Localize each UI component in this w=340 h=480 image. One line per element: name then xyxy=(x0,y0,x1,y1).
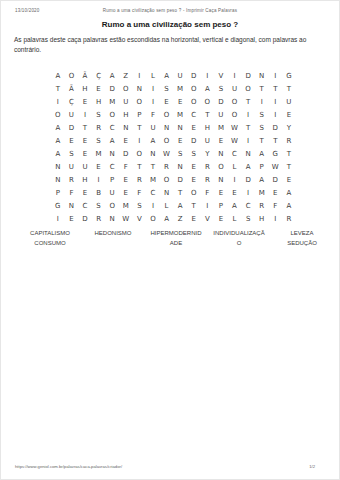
grid-cell-r11c8: I xyxy=(146,199,160,212)
grid-cell-r8c5: C xyxy=(105,160,119,173)
print-preview-page: 13/10/2020 Rumo a uma civilização sem pe… xyxy=(0,0,340,480)
grid-cell-r5c7: T xyxy=(133,121,147,134)
grid-cell-r8c17: W xyxy=(269,160,283,173)
grid-cell-r7c14: C xyxy=(228,147,242,160)
grid-cell-r1c14: I xyxy=(228,69,242,82)
grid-cell-r2c12: A xyxy=(201,82,215,95)
grid-cell-r10c5: U xyxy=(105,186,119,199)
word-list: CAPITALISMOCONSUMOHEDONISMOHIPERMODERNID… xyxy=(23,228,329,248)
grid-cell-r1c2: O xyxy=(65,69,79,82)
grid-cell-r11c7: S xyxy=(133,199,147,212)
grid-cell-r7c15: N xyxy=(241,147,255,160)
word-list-column-3: HIPERMODERNIDADE xyxy=(149,228,203,248)
word-list-word: HEDONISMO xyxy=(86,228,140,238)
grid-cell-r7c17: G xyxy=(269,147,283,160)
grid-cell-r1c11: D xyxy=(187,69,201,82)
grid-cell-r10c12: F xyxy=(201,186,215,199)
grid-cell-r4c15: I xyxy=(241,108,255,121)
word-list-column-5: LEVEZASEDUÇÃO xyxy=(275,228,329,248)
grid-cell-r2c13: S xyxy=(214,82,228,95)
grid-cell-r4c13: U xyxy=(214,108,228,121)
grid-cell-r3c9: E xyxy=(160,95,174,108)
grid-cell-r3c10: E xyxy=(173,95,187,108)
grid-cell-r1c8: L xyxy=(146,69,160,82)
grid-cell-r3c1: I xyxy=(51,95,65,108)
puzzle-instructions: As palavras deste caça palavras estão es… xyxy=(14,35,329,54)
grid-cell-r6c16: T xyxy=(255,134,269,147)
grid-cell-r1c17: I xyxy=(269,69,283,82)
grid-cell-r12c13: E xyxy=(214,212,228,225)
grid-cell-r5c4: R xyxy=(92,121,106,134)
grid-cell-r3c8: I xyxy=(146,95,160,108)
grid-cell-r11c5: O xyxy=(105,199,119,212)
grid-cell-r6c1: A xyxy=(51,134,65,147)
grid-cell-r12c2: E xyxy=(65,212,79,225)
grid-cell-r3c16: I xyxy=(255,95,269,108)
grid-cell-r3c11: O xyxy=(187,95,201,108)
grid-cell-r1c12: I xyxy=(201,69,215,82)
grid-cell-r9c10: D xyxy=(173,173,187,186)
grid-cell-r10c10: T xyxy=(173,186,187,199)
grid-cell-r1c15: D xyxy=(241,69,255,82)
grid-cell-r1c1: A xyxy=(51,69,65,82)
word-list-word: LEVEZA xyxy=(275,228,329,238)
grid-cell-r4c5: O xyxy=(105,108,119,121)
grid-cell-r12c9: A xyxy=(160,212,174,225)
grid-cell-r3c2: Ç xyxy=(65,95,79,108)
grid-cell-r6c14: W xyxy=(228,134,242,147)
grid-cell-r2c10: M xyxy=(173,82,187,95)
grid-cell-r12c1: I xyxy=(51,212,65,225)
grid-cell-r7c10: S xyxy=(173,147,187,160)
grid-cell-r6c15: I xyxy=(241,134,255,147)
word-search-grid: AOÃÇAZILAUDIVIDNIGTÃHEDONISMOASUOTTTIÇEH… xyxy=(51,69,296,225)
grid-cell-r1c9: A xyxy=(160,69,174,82)
grid-cell-r1c5: A xyxy=(105,69,119,82)
grid-cell-r10c8: C xyxy=(146,186,160,199)
grid-cell-r5c2: D xyxy=(65,121,79,134)
grid-cell-r3c7: O xyxy=(133,95,147,108)
grid-cell-r6c8: A xyxy=(146,134,160,147)
grid-cell-r10c4: B xyxy=(92,186,106,199)
grid-cell-r1c6: Z xyxy=(119,69,133,82)
grid-cell-r6c17: T xyxy=(269,134,283,147)
grid-cell-r3c5: M xyxy=(105,95,119,108)
grid-cell-r12c14: L xyxy=(228,212,242,225)
grid-cell-r9c16: A xyxy=(255,173,269,186)
grid-cell-r11c12: I xyxy=(201,199,215,212)
grid-cell-r4c9: O xyxy=(160,108,174,121)
grid-cell-r4c18: E xyxy=(282,108,296,121)
grid-cell-r9c11: E xyxy=(187,173,201,186)
word-list-word: HIPERMODERNIDADE xyxy=(149,228,203,248)
grid-cell-r7c2: S xyxy=(65,147,79,160)
grid-cell-r2c18: T xyxy=(282,82,296,95)
grid-cell-r3c13: D xyxy=(214,95,228,108)
puzzle-title: Rumo a uma civilização sem peso ? xyxy=(1,20,339,29)
grid-cell-r4c11: C xyxy=(187,108,201,121)
grid-cell-r6c13: E xyxy=(214,134,228,147)
grid-cell-r10c14: E xyxy=(228,186,242,199)
grid-cell-r9c6: E xyxy=(119,173,133,186)
grid-cell-r4c3: I xyxy=(78,108,92,121)
word-list-word: INDIVIDUALIZAÇÃO xyxy=(212,228,266,248)
grid-cell-r11c4: S xyxy=(92,199,106,212)
grid-cell-r6c5: A xyxy=(105,134,119,147)
grid-cell-r2c15: O xyxy=(241,82,255,95)
grid-cell-r5c9: N xyxy=(160,121,174,134)
grid-cell-r4c17: I xyxy=(269,108,283,121)
grid-cell-r9c9: O xyxy=(160,173,174,186)
grid-cell-r8c1: N xyxy=(51,160,65,173)
grid-cell-r5c18: Y xyxy=(282,121,296,134)
grid-cell-r12c5: N xyxy=(105,212,119,225)
grid-cell-r7c7: O xyxy=(133,147,147,160)
grid-cell-r8c10: N xyxy=(173,160,187,173)
grid-cell-r11c18: A xyxy=(282,199,296,212)
grid-cell-r1c18: G xyxy=(282,69,296,82)
grid-cell-r7c12: Y xyxy=(201,147,215,160)
grid-cell-r4c10: M xyxy=(173,108,187,121)
grid-cell-r6c2: E xyxy=(65,134,79,147)
grid-cell-r5c17: D xyxy=(269,121,283,134)
grid-cell-r9c8: M xyxy=(146,173,160,186)
grid-cell-r9c5: P xyxy=(105,173,119,186)
grid-cell-r3c6: U xyxy=(119,95,133,108)
grid-cell-r7c9: W xyxy=(160,147,174,160)
grid-cell-r2c14: U xyxy=(228,82,242,95)
grid-cell-r9c18: E xyxy=(282,173,296,186)
grid-cell-r9c1: N xyxy=(51,173,65,186)
grid-cell-r11c9: L xyxy=(160,199,174,212)
grid-cell-r9c3: H xyxy=(78,173,92,186)
grid-cell-r2c4: E xyxy=(92,82,106,95)
grid-cell-r10c13: E xyxy=(214,186,228,199)
grid-cell-r4c6: H xyxy=(119,108,133,121)
grid-cell-r3c18: U xyxy=(282,95,296,108)
grid-cell-r8c11: E xyxy=(187,160,201,173)
grid-cell-r5c8: U xyxy=(146,121,160,134)
grid-cell-r5c13: M xyxy=(214,121,228,134)
grid-cell-r11c2: N xyxy=(65,199,79,212)
grid-cell-r7c18: T xyxy=(282,147,296,160)
grid-cell-r8c2: U xyxy=(65,160,79,173)
grid-cell-r12c16: H xyxy=(255,212,269,225)
grid-cell-r4c12: T xyxy=(201,108,215,121)
grid-cell-r7c4: M xyxy=(92,147,106,160)
grid-cell-r9c17: D xyxy=(269,173,283,186)
grid-cell-r1c16: N xyxy=(255,69,269,82)
grid-cell-r5c11: E xyxy=(187,121,201,134)
grid-cell-r1c3: Ã xyxy=(78,69,92,82)
grid-cell-r11c15: C xyxy=(241,199,255,212)
grid-cell-r2c5: D xyxy=(105,82,119,95)
grid-cell-r2c6: O xyxy=(119,82,133,95)
grid-cell-r4c2: U xyxy=(65,108,79,121)
grid-cell-r12c7: V xyxy=(133,212,147,225)
grid-cell-r3c14: O xyxy=(228,95,242,108)
word-list-column-1: CAPITALISMOCONSUMO xyxy=(23,228,77,248)
grid-cell-r7c16: A xyxy=(255,147,269,160)
grid-cell-r12c8: O xyxy=(146,212,160,225)
grid-cell-r3c17: I xyxy=(269,95,283,108)
grid-cell-r8c16: P xyxy=(255,160,269,173)
grid-cell-r11c6: M xyxy=(119,199,133,212)
grid-cell-r10c9: N xyxy=(160,186,174,199)
word-list-word: CAPITALISMO xyxy=(23,228,77,238)
grid-cell-r8c4: E xyxy=(92,160,106,173)
grid-cell-r7c11: S xyxy=(187,147,201,160)
grid-cell-r4c1: O xyxy=(51,108,65,121)
grid-cell-r7c8: N xyxy=(146,147,160,160)
grid-cell-r1c13: V xyxy=(214,69,228,82)
grid-cell-r3c3: E xyxy=(78,95,92,108)
grid-cell-r10c7: F xyxy=(133,186,147,199)
grid-cell-r10c1: P xyxy=(51,186,65,199)
grid-cell-r10c16: M xyxy=(255,186,269,199)
grid-cell-r8c15: A xyxy=(241,160,255,173)
grid-cell-r7c13: N xyxy=(214,147,228,160)
grid-cell-r6c3: E xyxy=(78,134,92,147)
grid-cell-r11c13: P xyxy=(214,199,228,212)
grid-cell-r4c7: P xyxy=(133,108,147,121)
grid-cell-r7c1: A xyxy=(51,147,65,160)
grid-cell-r2c17: T xyxy=(269,82,283,95)
grid-cell-r1c7: I xyxy=(133,69,147,82)
grid-cell-r10c17: E xyxy=(269,186,283,199)
grid-cell-r8c9: R xyxy=(160,160,174,173)
grid-cell-r6c9: O xyxy=(160,134,174,147)
grid-cell-r9c4: I xyxy=(92,173,106,186)
grid-cell-r3c12: O xyxy=(201,95,215,108)
grid-cell-r9c15: D xyxy=(241,173,255,186)
grid-cell-r8c13: O xyxy=(214,160,228,173)
grid-cell-r9c7: R xyxy=(133,173,147,186)
grid-cell-r11c3: C xyxy=(78,199,92,212)
grid-cell-r11c17: F xyxy=(269,199,283,212)
grid-cell-r5c15: T xyxy=(241,121,255,134)
grid-cell-r8c18: T xyxy=(282,160,296,173)
grid-cell-r5c6: N xyxy=(119,121,133,134)
grid-cell-r10c18: A xyxy=(282,186,296,199)
grid-cell-r12c6: W xyxy=(119,212,133,225)
page-indicator: 1/2 xyxy=(309,464,315,469)
grid-cell-r9c13: N xyxy=(214,173,228,186)
grid-cell-r12c3: D xyxy=(78,212,92,225)
grid-cell-r8c12: R xyxy=(201,160,215,173)
grid-cell-r11c16: R xyxy=(255,199,269,212)
grid-cell-r2c11: O xyxy=(187,82,201,95)
word-list-column-4: INDIVIDUALIZAÇÃO xyxy=(212,228,266,248)
grid-cell-r6c12: U xyxy=(201,134,215,147)
grid-cell-r10c6: E xyxy=(119,186,133,199)
grid-cell-r10c11: O xyxy=(187,186,201,199)
grid-cell-r3c4: H xyxy=(92,95,106,108)
grid-cell-r6c4: S xyxy=(92,134,106,147)
grid-cell-r9c12: R xyxy=(201,173,215,186)
grid-cell-r2c8: I xyxy=(146,82,160,95)
grid-cell-r4c8: F xyxy=(146,108,160,121)
grid-cell-r12c10: Z xyxy=(173,212,187,225)
grid-cell-r5c12: H xyxy=(201,121,215,134)
grid-cell-r10c15: I xyxy=(241,186,255,199)
grid-cell-r8c6: F xyxy=(119,160,133,173)
grid-cell-r2c9: S xyxy=(160,82,174,95)
grid-cell-r9c14: I xyxy=(228,173,242,186)
grid-cell-r8c3: U xyxy=(78,160,92,173)
grid-cell-r2c1: T xyxy=(51,82,65,95)
grid-cell-r5c16: S xyxy=(255,121,269,134)
grid-cell-r12c11: E xyxy=(187,212,201,225)
grid-cell-r7c6: D xyxy=(119,147,133,160)
grid-cell-r11c1: G xyxy=(51,199,65,212)
grid-cell-r6c11: D xyxy=(187,134,201,147)
word-list-word: SEDUÇÃO xyxy=(275,238,329,248)
grid-cell-r11c10: A xyxy=(173,199,187,212)
grid-cell-r10c2: F xyxy=(65,186,79,199)
grid-cell-r12c18: R xyxy=(282,212,296,225)
grid-cell-r5c3: T xyxy=(78,121,92,134)
word-list-column-2: HEDONISMO xyxy=(86,228,140,238)
grid-cell-r2c7: N xyxy=(133,82,147,95)
grid-cell-r12c4: R xyxy=(92,212,106,225)
grid-cell-r7c3: E xyxy=(78,147,92,160)
grid-cell-r4c4: S xyxy=(92,108,106,121)
grid-cell-r3c15: T xyxy=(241,95,255,108)
grid-cell-r5c14: W xyxy=(228,121,242,134)
grid-cell-r12c12: V xyxy=(201,212,215,225)
grid-cell-r9c2: R xyxy=(65,173,79,186)
grid-cell-r4c16: S xyxy=(255,108,269,121)
grid-cell-r10c3: E xyxy=(78,186,92,199)
grid-cell-r6c18: R xyxy=(282,134,296,147)
grid-cell-r7c5: N xyxy=(105,147,119,160)
grid-cell-r12c15: S xyxy=(241,212,255,225)
grid-cell-r2c2: Ã xyxy=(65,82,79,95)
grid-cell-r12c17: I xyxy=(269,212,283,225)
footer-url: https://www.geniol.com.br/palavras/caca-… xyxy=(15,464,122,469)
grid-cell-r6c6: E xyxy=(119,134,133,147)
document-title: Rumo a uma civilização sem peso ? - Impr… xyxy=(1,8,339,13)
grid-cell-r5c1: A xyxy=(51,121,65,134)
grid-cell-r11c11: T xyxy=(187,199,201,212)
grid-cell-r4c14: O xyxy=(228,108,242,121)
grid-cell-r1c10: U xyxy=(173,69,187,82)
grid-cell-r6c7: I xyxy=(133,134,147,147)
grid-cell-r6c10: E xyxy=(173,134,187,147)
grid-cell-r5c10: N xyxy=(173,121,187,134)
grid-cell-r8c14: L xyxy=(228,160,242,173)
grid-cell-r5c5: C xyxy=(105,121,119,134)
grid-cell-r2c16: T xyxy=(255,82,269,95)
grid-cell-r8c7: T xyxy=(133,160,147,173)
grid-cell-r1c4: Ç xyxy=(92,69,106,82)
grid-cell-r2c3: H xyxy=(78,82,92,95)
grid-cell-r11c14: A xyxy=(228,199,242,212)
grid-cell-r8c8: T xyxy=(146,160,160,173)
word-list-word: CONSUMO xyxy=(23,238,77,248)
